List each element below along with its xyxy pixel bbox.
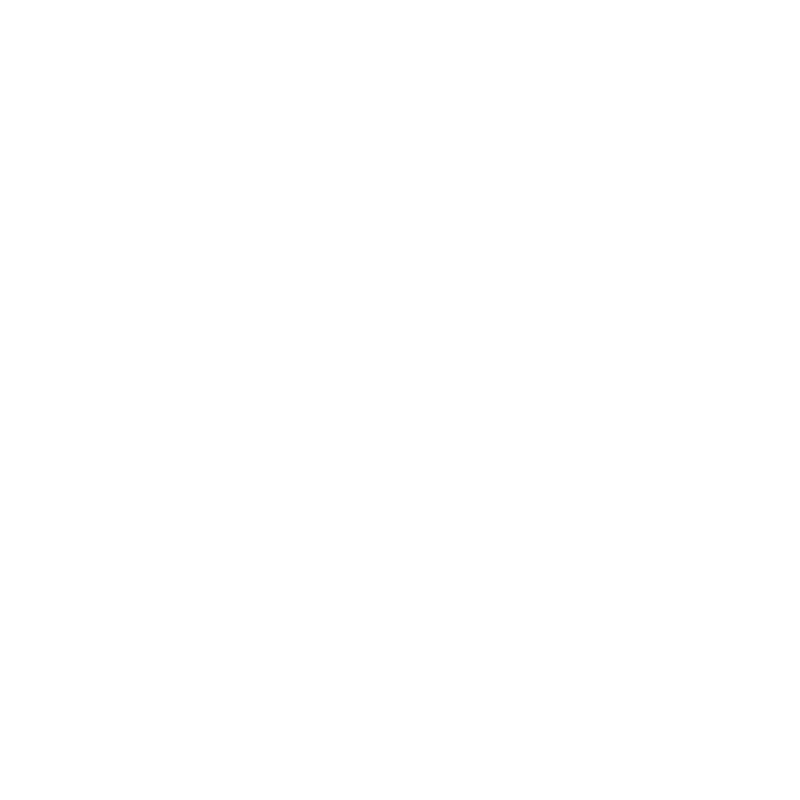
photo-scene: [0, 0, 800, 800]
drill-bit-stand-block: [0, 0, 690, 246]
